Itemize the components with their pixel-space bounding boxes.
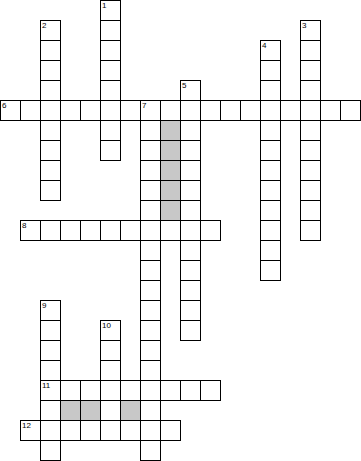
cell[interactable] xyxy=(40,220,61,241)
cell[interactable] xyxy=(180,300,201,321)
cell[interactable] xyxy=(140,160,161,181)
clue-number: 3 xyxy=(302,21,306,30)
clue-number: 10 xyxy=(102,321,111,330)
cell[interactable] xyxy=(140,180,161,201)
cell[interactable] xyxy=(20,100,41,121)
cell[interactable]: 5 xyxy=(180,80,201,101)
cell[interactable] xyxy=(80,380,101,401)
cell[interactable] xyxy=(300,40,321,61)
cell[interactable] xyxy=(140,240,161,261)
cell[interactable] xyxy=(40,420,61,441)
cell[interactable] xyxy=(180,240,201,261)
cell[interactable] xyxy=(40,360,61,381)
cell[interactable] xyxy=(200,100,221,121)
cell[interactable] xyxy=(260,120,281,141)
cell[interactable] xyxy=(260,100,281,121)
cell[interactable] xyxy=(140,200,161,221)
cell[interactable] xyxy=(100,420,121,441)
cell[interactable]: 12 xyxy=(20,420,41,441)
cell[interactable] xyxy=(40,320,61,341)
cell[interactable] xyxy=(220,100,241,121)
cell[interactable] xyxy=(180,200,201,221)
cell[interactable] xyxy=(60,220,81,241)
cell[interactable] xyxy=(300,120,321,141)
cell[interactable]: 9 xyxy=(40,300,61,321)
cell[interactable] xyxy=(260,140,281,161)
cell[interactable] xyxy=(40,140,61,161)
cell[interactable] xyxy=(260,80,281,101)
cell[interactable] xyxy=(180,220,201,241)
cell[interactable] xyxy=(180,160,201,181)
cell[interactable] xyxy=(40,180,61,201)
clue-number: 2 xyxy=(42,21,46,30)
cell[interactable]: 2 xyxy=(40,20,61,41)
cell[interactable] xyxy=(40,60,61,81)
cell[interactable] xyxy=(40,340,61,361)
cell[interactable] xyxy=(340,100,361,121)
cell[interactable] xyxy=(60,380,81,401)
cell[interactable]: 7 xyxy=(140,100,161,121)
clue-number: 1 xyxy=(102,1,106,10)
cell[interactable]: 6 xyxy=(0,100,21,121)
cell[interactable] xyxy=(180,140,201,161)
shaded-cell[interactable] xyxy=(80,400,101,421)
cell[interactable]: 1 xyxy=(100,0,121,21)
cell[interactable] xyxy=(100,360,121,381)
cell[interactable]: 11 xyxy=(40,380,61,401)
shaded-cell[interactable] xyxy=(160,200,181,221)
cell[interactable] xyxy=(300,160,321,181)
clue-number: 6 xyxy=(2,101,6,110)
clue-number: 4 xyxy=(262,41,266,50)
cell[interactable] xyxy=(80,220,101,241)
cell[interactable] xyxy=(40,40,61,61)
clue-number: 11 xyxy=(42,381,50,390)
shaded-cell[interactable] xyxy=(120,400,141,421)
cell[interactable] xyxy=(140,380,161,401)
cell[interactable] xyxy=(100,400,121,421)
shaded-cell[interactable] xyxy=(160,160,181,181)
cell[interactable]: 10 xyxy=(100,320,121,341)
cell[interactable] xyxy=(180,380,201,401)
cell[interactable] xyxy=(60,420,81,441)
clue-number: 8 xyxy=(22,221,26,230)
cell[interactable] xyxy=(260,60,281,81)
cell[interactable] xyxy=(140,300,161,321)
cell[interactable] xyxy=(100,380,121,401)
cell[interactable] xyxy=(260,180,281,201)
cell[interactable] xyxy=(180,120,201,141)
shaded-cell[interactable] xyxy=(160,120,181,141)
shaded-cell[interactable] xyxy=(160,140,181,161)
cell[interactable]: 8 xyxy=(20,220,41,241)
cell[interactable] xyxy=(140,280,161,301)
cell[interactable] xyxy=(180,280,201,301)
cell[interactable] xyxy=(300,220,321,241)
cell[interactable] xyxy=(200,220,221,241)
cell[interactable] xyxy=(140,140,161,161)
cell[interactable] xyxy=(300,100,321,121)
cell[interactable] xyxy=(140,340,161,361)
cell[interactable] xyxy=(40,80,61,101)
cell[interactable] xyxy=(80,420,101,441)
cell[interactable] xyxy=(280,100,301,121)
cell[interactable] xyxy=(160,380,181,401)
cell[interactable]: 4 xyxy=(260,40,281,61)
cell[interactable] xyxy=(40,120,61,141)
cell[interactable] xyxy=(260,220,281,241)
cell[interactable]: 3 xyxy=(300,20,321,41)
cell[interactable] xyxy=(160,420,181,441)
cell[interactable] xyxy=(300,180,321,201)
cell[interactable] xyxy=(180,100,201,121)
cell[interactable] xyxy=(260,160,281,181)
clue-number: 12 xyxy=(22,421,31,430)
cell[interactable] xyxy=(40,400,61,421)
cell[interactable] xyxy=(160,100,181,121)
cell[interactable] xyxy=(300,200,321,221)
cell[interactable] xyxy=(100,60,121,81)
cell[interactable] xyxy=(100,140,121,161)
cell[interactable] xyxy=(120,380,141,401)
cell[interactable] xyxy=(140,220,161,241)
cell[interactable] xyxy=(180,320,201,341)
cell[interactable] xyxy=(260,200,281,221)
cell[interactable] xyxy=(40,100,61,121)
cell[interactable] xyxy=(140,440,161,461)
cell[interactable] xyxy=(260,240,281,261)
shaded-cell[interactable] xyxy=(60,400,81,421)
clue-number: 7 xyxy=(142,101,146,110)
cell[interactable] xyxy=(180,180,201,201)
cell[interactable] xyxy=(140,320,161,341)
cell[interactable] xyxy=(100,80,121,101)
cell[interactable] xyxy=(100,120,121,141)
cell[interactable] xyxy=(100,40,121,61)
cell[interactable] xyxy=(260,260,281,281)
cell[interactable] xyxy=(300,80,321,101)
cell[interactable] xyxy=(100,20,121,41)
cell[interactable] xyxy=(100,100,121,121)
cell[interactable] xyxy=(140,120,161,141)
cell[interactable] xyxy=(140,400,161,421)
cell[interactable] xyxy=(140,360,161,381)
cell[interactable] xyxy=(100,220,121,241)
crossword-board: 123456789101112 xyxy=(0,0,361,461)
cell[interactable] xyxy=(60,100,81,121)
cell[interactable] xyxy=(120,100,141,121)
cell[interactable] xyxy=(300,140,321,161)
shaded-cell[interactable] xyxy=(160,180,181,201)
cell[interactable] xyxy=(40,160,61,181)
cell[interactable] xyxy=(140,260,161,281)
cell[interactable] xyxy=(240,100,261,121)
cell[interactable] xyxy=(120,420,141,441)
cell[interactable] xyxy=(80,100,101,121)
clue-number: 9 xyxy=(42,301,46,310)
cell[interactable] xyxy=(40,440,61,461)
cell[interactable] xyxy=(200,380,221,401)
cell[interactable] xyxy=(300,60,321,81)
cell[interactable] xyxy=(320,100,341,121)
cell[interactable] xyxy=(100,340,121,361)
cell[interactable] xyxy=(140,420,161,441)
cell[interactable] xyxy=(120,220,141,241)
cell[interactable] xyxy=(180,260,201,281)
cell[interactable] xyxy=(160,220,181,241)
clue-number: 5 xyxy=(182,81,186,90)
